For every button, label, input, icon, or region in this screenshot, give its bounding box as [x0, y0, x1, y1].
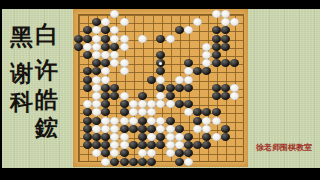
white-stone — [120, 43, 129, 51]
white-stone — [120, 133, 129, 141]
black-stone — [83, 125, 92, 133]
black-stone — [193, 117, 202, 125]
black-stone — [212, 26, 221, 34]
white-stone — [184, 76, 193, 84]
black-stone — [129, 141, 138, 149]
black-stone — [83, 133, 92, 141]
white-stone — [221, 10, 230, 18]
white-stone — [175, 76, 184, 84]
black-stone — [138, 133, 147, 141]
white-stone — [110, 35, 119, 43]
black-stone — [175, 84, 184, 92]
black-stone — [184, 84, 193, 92]
black-stone — [212, 59, 221, 67]
black-stone — [120, 108, 129, 116]
black-stone — [129, 158, 138, 166]
white-stone — [92, 51, 101, 59]
go-board — [73, 9, 248, 167]
player-name-char: 科 — [10, 91, 33, 114]
player-name-char: 谢 — [10, 62, 33, 85]
black-stone — [221, 125, 230, 133]
player-name-char: 许 — [35, 59, 58, 82]
black-stone — [110, 158, 119, 166]
white-stone — [92, 35, 101, 43]
black-stone — [74, 43, 83, 51]
black-stone — [83, 35, 92, 43]
white-stone — [92, 92, 101, 100]
white-stone — [120, 141, 129, 149]
white-stone — [83, 43, 92, 51]
black-stone — [212, 35, 221, 43]
white-stone — [221, 18, 230, 26]
black-stone — [166, 117, 175, 125]
white-stone — [138, 35, 147, 43]
white-stone — [120, 117, 129, 125]
white-stone — [166, 133, 175, 141]
black-stone — [92, 117, 101, 125]
classroom-caption: 徐老师围棋教室 — [256, 143, 316, 153]
white-stone — [129, 100, 138, 108]
black-stone — [212, 84, 221, 92]
black-stone — [83, 51, 92, 59]
white-stone — [166, 125, 175, 133]
black-stone — [212, 92, 221, 100]
white-stone — [83, 100, 92, 108]
black-stone — [129, 125, 138, 133]
black-stone — [221, 43, 230, 51]
black-stone — [221, 92, 230, 100]
white-stone — [166, 141, 175, 149]
letterbox-bottom-bar — [0, 168, 320, 180]
black-stone — [147, 76, 156, 84]
white-stone — [101, 125, 110, 133]
black-stone — [120, 158, 129, 166]
white-stone — [212, 10, 221, 18]
black-stone — [138, 92, 147, 100]
white-stone — [120, 59, 129, 67]
black-stone — [175, 100, 184, 108]
player-name-char: 鋐 — [35, 117, 58, 140]
black-stone — [166, 92, 175, 100]
black-stone — [212, 43, 221, 51]
white-stone — [175, 141, 184, 149]
black-stone — [83, 141, 92, 149]
black-stone — [92, 133, 101, 141]
black-stone — [101, 43, 110, 51]
white-stone — [147, 117, 156, 125]
black-stone — [221, 84, 230, 92]
white-stone — [129, 117, 138, 125]
black-stone — [175, 158, 184, 166]
white-stone — [156, 117, 165, 125]
video-frame: 黑谢科 白许皓鋐 徐老师围棋教室 — [0, 0, 320, 180]
white-stone — [175, 133, 184, 141]
black-stone — [138, 117, 147, 125]
white-stone — [230, 84, 239, 92]
white-stone — [92, 84, 101, 92]
black-stone — [147, 125, 156, 133]
white-stone — [230, 92, 239, 100]
black-stone — [74, 35, 83, 43]
white-stone — [120, 18, 129, 26]
black-stone — [175, 125, 184, 133]
white-stone — [101, 158, 110, 166]
player-name-char: 皓 — [35, 88, 58, 111]
letterbox-top-bar — [0, 0, 320, 9]
black-stone — [221, 59, 230, 67]
black-stone — [138, 125, 147, 133]
black-stone — [120, 100, 129, 108]
black-stone — [156, 35, 165, 43]
white-stone — [92, 43, 101, 51]
white-stone — [120, 67, 129, 75]
white-stone — [120, 92, 129, 100]
black-stone — [101, 35, 110, 43]
white-stone — [110, 117, 119, 125]
left-black-edge — [0, 0, 2, 180]
black-stone — [147, 158, 156, 166]
white-stone — [92, 125, 101, 133]
black-stone — [83, 117, 92, 125]
player-color-label: 白 — [35, 23, 58, 46]
white-stone — [120, 35, 129, 43]
black-stone — [120, 125, 129, 133]
black-stone — [101, 84, 110, 92]
white-stone — [166, 100, 175, 108]
white-stone — [101, 117, 110, 125]
black-stone — [120, 149, 129, 157]
white-stone — [166, 149, 175, 157]
white-stone — [202, 117, 211, 125]
black-stone — [221, 35, 230, 43]
black-stone — [83, 84, 92, 92]
black-player-column: 黑谢科 — [9, 26, 34, 114]
white-stone — [101, 76, 110, 84]
black-stone — [184, 133, 193, 141]
white-stone — [92, 76, 101, 84]
black-stone — [83, 76, 92, 84]
white-stone — [184, 158, 193, 166]
player-color-label: 黑 — [10, 26, 33, 49]
white-stone — [212, 133, 221, 141]
black-stone — [138, 158, 147, 166]
white-player-column: 白许皓鋐 — [34, 23, 59, 140]
black-stone — [212, 108, 221, 116]
white-stone — [156, 76, 165, 84]
black-stone — [212, 51, 221, 59]
black-stone — [166, 84, 175, 92]
white-stone — [193, 125, 202, 133]
white-stone — [212, 117, 221, 125]
black-stone — [221, 133, 230, 141]
white-stone — [166, 35, 175, 43]
